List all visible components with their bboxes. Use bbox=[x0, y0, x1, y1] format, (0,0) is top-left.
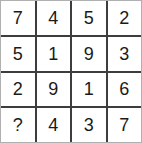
grid-cell-r2c4: 3 bbox=[108, 37, 142, 71]
grid-cell-r4c4: 7 bbox=[108, 108, 142, 142]
grid-cell-r2c3: 9 bbox=[72, 37, 106, 71]
puzzle-grid: 745251932916?437 bbox=[0, 0, 142, 143]
grid-cell-r4c2: 4 bbox=[37, 108, 71, 142]
grid-cell-r1c3: 5 bbox=[72, 1, 106, 35]
grid-cell-r1c1: 7 bbox=[1, 1, 35, 35]
grid-cell-r3c3: 1 bbox=[72, 73, 106, 107]
grid-cell-r1c2: 4 bbox=[37, 1, 71, 35]
grid-cell-r2c1: 5 bbox=[1, 37, 35, 71]
grid-cell-r3c1: 2 bbox=[1, 73, 35, 107]
grid-cell-r4c3: 3 bbox=[72, 108, 106, 142]
grid-cell-r3c2: 9 bbox=[37, 73, 71, 107]
missing-number-cell: ? bbox=[1, 108, 35, 142]
grid-cell-r1c4: 2 bbox=[108, 1, 142, 35]
grid-cell-r3c4: 6 bbox=[108, 73, 142, 107]
grid-cell-r2c2: 1 bbox=[37, 37, 71, 71]
